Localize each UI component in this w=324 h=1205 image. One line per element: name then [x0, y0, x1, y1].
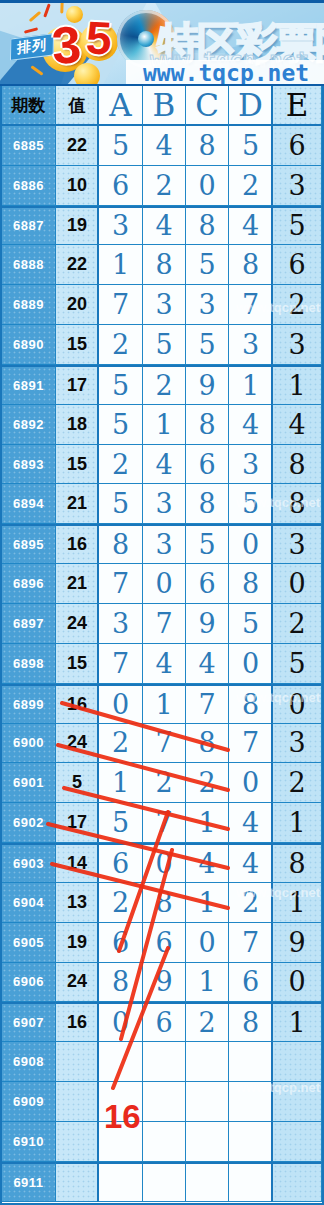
column-header-D: D: [229, 86, 273, 126]
digit-cell-D: 7: [229, 923, 273, 963]
period-cell: 6894: [2, 484, 56, 524]
period-cell: 6909: [2, 1082, 56, 1122]
sum-value-cell: 21: [56, 564, 99, 604]
period-cell: 6904: [2, 883, 56, 923]
sum-value-cell: 24: [56, 963, 99, 1003]
digit-cell-D: 0: [229, 524, 273, 564]
digit-cell-C: 5: [186, 245, 229, 285]
digit-cell-C: [186, 1162, 229, 1202]
period-cell: 6910: [2, 1122, 56, 1162]
digit-cell-A: 5: [97, 405, 143, 445]
period-cell: 6899: [2, 684, 56, 724]
digit-cell-E: 0: [271, 963, 322, 1003]
digit-cell-E: 8: [271, 445, 322, 485]
digit-cell-E: [271, 1162, 322, 1202]
digit-cell-C: 6: [186, 445, 229, 485]
period-cell: 6907: [2, 1002, 56, 1042]
period-cell: 6885: [2, 126, 56, 166]
digit-cell-C: 4: [186, 644, 229, 684]
period-cell: 6895: [2, 524, 56, 564]
digit-cell-B: 4: [143, 126, 186, 166]
digit-cell-D: 3: [229, 325, 273, 365]
digit-cell-D: [229, 1082, 273, 1122]
sum-value-cell: 24: [56, 724, 99, 764]
period-cell: 6911: [2, 1162, 56, 1202]
sum-value-cell: 21: [56, 484, 99, 524]
sum-value-cell: 13: [56, 883, 99, 923]
digit-cell-D: [229, 1122, 273, 1162]
digit-cell-B: 0: [143, 843, 186, 883]
period-cell: 6887: [2, 206, 56, 246]
sunburst-ray-icon: [60, 0, 63, 14]
digit-cell-C: 1: [186, 803, 229, 843]
digit-cell-D: 4: [229, 405, 273, 445]
digit-cell-B: 6: [143, 1002, 186, 1042]
sum-value-cell: 22: [56, 245, 99, 285]
digit-cell-E: 3: [271, 724, 322, 764]
digit-cell-E: 1: [271, 365, 322, 405]
digit-cell-A: 1: [97, 763, 143, 803]
digit-cell-B: 0: [143, 564, 186, 604]
period-cell: 6888: [2, 245, 56, 285]
digit-cell-D: 3: [229, 445, 273, 485]
digit-cell-C: 0: [186, 166, 229, 206]
period-cell: 6893: [2, 445, 56, 485]
digit-cell-A: 8: [97, 524, 143, 564]
digit-cell-A: 0: [97, 684, 143, 724]
digit-cell-D: 0: [229, 763, 273, 803]
digit-cell-B: 3: [143, 484, 186, 524]
sum-value-cell: 16: [56, 524, 99, 564]
digit-cell-E: 3: [271, 524, 322, 564]
digit-cell-B: 7: [143, 724, 186, 764]
digit-cell-E: 1: [271, 803, 322, 843]
digit-cell-E: 5: [271, 206, 322, 246]
digit-cell-E: [271, 1082, 322, 1122]
digit-cell-A: 6: [97, 843, 143, 883]
digit-cell-D: 7: [229, 285, 273, 325]
logo-digit-3: 3: [50, 14, 83, 76]
digit-cell-B: 6: [143, 923, 186, 963]
sum-value-cell: 15: [56, 445, 99, 485]
column-header-E: E: [271, 86, 322, 126]
digit-cell-E: 2: [271, 604, 322, 644]
trend-chart-table: 期数值ABCDE68852254856688610620236887193484…: [0, 86, 324, 1205]
digit-cell-C: 0: [186, 923, 229, 963]
digit-cell-D: 5: [229, 126, 273, 166]
digit-cell-D: 7: [229, 724, 273, 764]
digit-cell-A: [97, 1042, 143, 1082]
sum-value-cell: 15: [56, 325, 99, 365]
digit-cell-B: 4: [143, 644, 186, 684]
period-cell: 6886: [2, 166, 56, 206]
digit-cell-C: 5: [186, 524, 229, 564]
digit-cell-B: 2: [143, 166, 186, 206]
digit-cell-A: [97, 1082, 143, 1122]
digit-cell-E: 0: [271, 684, 322, 724]
digit-cell-D: 5: [229, 604, 273, 644]
digit-cell-D: 8: [229, 245, 273, 285]
digit-cell-C: 9: [186, 604, 229, 644]
digit-cell-A: 7: [97, 285, 143, 325]
digit-cell-E: 8: [271, 484, 322, 524]
sum-value-cell: [56, 1042, 99, 1082]
digit-cell-E: 2: [271, 285, 322, 325]
digit-cell-A: [97, 1162, 143, 1202]
digit-cell-B: [143, 1042, 186, 1082]
digit-cell-C: 8: [186, 206, 229, 246]
digit-cell-E: 1: [271, 883, 322, 923]
sum-value-cell: 5: [56, 763, 99, 803]
digit-cell-C: 2: [186, 763, 229, 803]
period-cell: 6897: [2, 604, 56, 644]
column-header-期数: 期数: [2, 86, 56, 126]
digit-cell-C: 1: [186, 883, 229, 923]
digit-cell-A: 1: [97, 245, 143, 285]
digit-cell-E: 1: [271, 1002, 322, 1042]
column-header-A: A: [97, 86, 143, 126]
digit-cell-B: 3: [143, 285, 186, 325]
digit-cell-E: 5: [271, 644, 322, 684]
digit-cell-B: 7: [143, 604, 186, 644]
sum-value-cell: 18: [56, 405, 99, 445]
period-cell: 6902: [2, 803, 56, 843]
digit-cell-D: 0: [229, 644, 273, 684]
digit-cell-C: [186, 1042, 229, 1082]
period-cell: 6903: [2, 843, 56, 883]
digit-cell-D: 8: [229, 564, 273, 604]
sunburst-ray-icon: [30, 65, 43, 75]
digit-cell-A: 2: [97, 325, 143, 365]
digit-cell-C: 7: [186, 684, 229, 724]
period-cell: 6891: [2, 365, 56, 405]
site-banner: 排列 3 5 特区彩票网 www.tqcp.net www.tqcp.net: [0, 0, 324, 86]
digit-cell-B: 8: [143, 883, 186, 923]
digit-cell-B: 8: [143, 245, 186, 285]
sum-value-cell: 24: [56, 604, 99, 644]
period-cell: 6898: [2, 644, 56, 684]
digit-cell-B: 4: [143, 445, 186, 485]
sum-value-cell: [56, 1082, 99, 1122]
digit-cell-B: 2: [143, 365, 186, 405]
digit-cell-C: 4: [186, 843, 229, 883]
digit-cell-A: 5: [97, 126, 143, 166]
digit-cell-D: 5: [229, 484, 273, 524]
digit-cell-A: 2: [97, 724, 143, 764]
period-cell: 6906: [2, 963, 56, 1003]
digit-cell-A: 6: [97, 166, 143, 206]
sum-value-cell: 20: [56, 285, 99, 325]
digit-cell-A: 3: [97, 206, 143, 246]
sum-value-cell: 15: [56, 644, 99, 684]
digit-cell-E: 0: [271, 564, 322, 604]
digit-cell-A: 5: [97, 803, 143, 843]
digit-cell-E: 4: [271, 405, 322, 445]
site-url-link[interactable]: www.tqcp.net: [143, 60, 309, 86]
digit-cell-C: 2: [186, 1002, 229, 1042]
period-cell: 6905: [2, 923, 56, 963]
sum-value-cell: 22: [56, 126, 99, 166]
sum-value-cell: [56, 1162, 99, 1202]
digit-cell-A: 2: [97, 883, 143, 923]
digit-cell-D: 4: [229, 803, 273, 843]
digit-cell-D: 4: [229, 206, 273, 246]
digit-cell-D: [229, 1162, 273, 1202]
digit-cell-D: [229, 1042, 273, 1082]
digit-cell-B: 7: [143, 803, 186, 843]
tqcp-swirl-logo-core-icon: [138, 31, 154, 47]
digit-cell-B: 1: [143, 405, 186, 445]
sum-value-cell: 10: [56, 166, 99, 206]
period-cell: 6908: [2, 1042, 56, 1082]
period-cell: 6889: [2, 285, 56, 325]
sunburst-ray-icon: [29, 11, 42, 22]
digit-cell-E: 6: [271, 126, 322, 166]
digit-cell-C: 8: [186, 724, 229, 764]
digit-cell-C: 8: [186, 405, 229, 445]
logo-digit-5: 5: [85, 10, 113, 65]
digit-cell-E: 3: [271, 166, 322, 206]
digit-cell-A: 5: [97, 484, 143, 524]
digit-cell-B: 2: [143, 763, 186, 803]
digit-cell-A: 3: [97, 604, 143, 644]
digit-cell-B: [143, 1082, 186, 1122]
digit-cell-C: 9: [186, 365, 229, 405]
pailie5-trend-page: { "game": "pailie5-lottery-trend-chart",…: [0, 0, 324, 1205]
column-header-值: 值: [56, 86, 99, 126]
digit-cell-C: 8: [186, 126, 229, 166]
column-header-B: B: [143, 86, 186, 126]
period-cell: 6892: [2, 405, 56, 445]
sum-value-cell: 16: [56, 1002, 99, 1042]
digit-cell-B: 5: [143, 325, 186, 365]
digit-cell-D: 6: [229, 963, 273, 1003]
digit-cell-D: 2: [229, 166, 273, 206]
digit-cell-D: 1: [229, 365, 273, 405]
digit-cell-C: [186, 1082, 229, 1122]
digit-cell-A: 0: [97, 1002, 143, 1042]
sum-value-cell: 17: [56, 803, 99, 843]
digit-cell-C: 8: [186, 484, 229, 524]
digit-cell-B: 1: [143, 684, 186, 724]
digit-cell-A: 8: [97, 963, 143, 1003]
sum-value-cell: 14: [56, 843, 99, 883]
period-cell: 6896: [2, 564, 56, 604]
digit-cell-D: 8: [229, 1002, 273, 1042]
digit-cell-C: 3: [186, 285, 229, 325]
digit-cell-C: [186, 1122, 229, 1162]
digit-cell-B: [143, 1122, 186, 1162]
digit-cell-B: 4: [143, 206, 186, 246]
sum-value-cell: 16: [56, 684, 99, 724]
digit-cell-E: [271, 1122, 322, 1162]
digit-cell-D: 8: [229, 684, 273, 724]
digit-cell-B: [143, 1162, 186, 1202]
sum-value-cell: [56, 1122, 99, 1162]
digit-cell-E: 3: [271, 325, 322, 365]
digit-cell-B: 3: [143, 524, 186, 564]
period-cell: 6890: [2, 325, 56, 365]
digit-cell-A: [97, 1122, 143, 1162]
sum-value-cell: 17: [56, 365, 99, 405]
digit-cell-A: 7: [97, 644, 143, 684]
digit-cell-E: 6: [271, 245, 322, 285]
digit-cell-A: 7: [97, 564, 143, 604]
sum-value-cell: 19: [56, 206, 99, 246]
digit-cell-E: 9: [271, 923, 322, 963]
digit-cell-C: 5: [186, 325, 229, 365]
digit-cell-E: [271, 1042, 322, 1082]
digit-cell-E: 2: [271, 763, 322, 803]
digit-cell-C: 1: [186, 963, 229, 1003]
digit-cell-A: 5: [97, 365, 143, 405]
digit-cell-B: 9: [143, 963, 186, 1003]
digit-cell-C: 6: [186, 564, 229, 604]
sunburst-ray-icon: [24, 27, 38, 34]
digit-cell-D: 4: [229, 843, 273, 883]
digit-cell-A: 2: [97, 445, 143, 485]
digit-cell-A: 6: [97, 923, 143, 963]
digit-cell-D: 2: [229, 883, 273, 923]
column-header-C: C: [186, 86, 229, 126]
sum-value-cell: 19: [56, 923, 99, 963]
period-cell: 6901: [2, 763, 56, 803]
digit-cell-E: 8: [271, 843, 322, 883]
period-cell: 6900: [2, 724, 56, 764]
